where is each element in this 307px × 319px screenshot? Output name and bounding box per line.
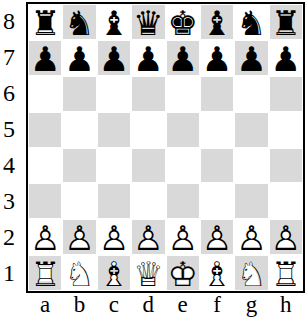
square-e2[interactable]: ♟♙ (166, 219, 200, 255)
square-a2[interactable]: ♟♙ (28, 219, 62, 255)
square-h2[interactable]: ♟♙ (269, 219, 303, 255)
black-pawn-piece[interactable]: ♟ (98, 41, 130, 75)
square-b3[interactable] (62, 183, 96, 219)
white-rook-glyph: ♖ (269, 256, 303, 292)
white-king-piece[interactable]: ♚♔ (167, 256, 199, 290)
square-g6[interactable] (234, 76, 268, 112)
black-king-piece[interactable]: ♚ (166, 4, 200, 40)
square-h1[interactable]: ♜♖ (269, 255, 303, 291)
white-pawn-glyph: ♙ (97, 220, 131, 256)
white-pawn-piece[interactable]: ♟♙ (166, 219, 200, 255)
white-pawn-glyph: ♙ (201, 221, 233, 255)
square-a7[interactable]: ♟ (28, 40, 62, 76)
black-pawn-piece[interactable]: ♟ (131, 40, 165, 76)
black-pawn-glyph: ♟ (98, 41, 130, 75)
file-label-e: e (166, 292, 200, 318)
white-pawn-glyph: ♙ (63, 221, 95, 255)
square-h3[interactable] (269, 183, 303, 219)
black-rook-piece[interactable]: ♜ (28, 4, 62, 40)
square-d7[interactable]: ♟ (131, 40, 165, 76)
square-e8[interactable]: ♚ (166, 4, 200, 40)
square-g1[interactable]: ♞♘ (234, 255, 268, 291)
white-queen-piece[interactable]: ♛♕ (131, 255, 165, 291)
square-f5[interactable] (200, 112, 234, 148)
square-a8[interactable]: ♜ (28, 4, 62, 40)
square-e5[interactable] (166, 112, 200, 148)
square-h4[interactable] (269, 148, 303, 184)
square-f2[interactable]: ♟♙ (200, 219, 234, 255)
rank-label-4: 4 (0, 148, 18, 184)
file-label-g: g (234, 292, 268, 318)
square-e3[interactable] (166, 183, 200, 219)
white-pawn-glyph: ♙ (132, 221, 164, 255)
square-a3[interactable] (28, 183, 62, 219)
white-pawn-glyph: ♙ (28, 220, 62, 256)
white-knight-piece[interactable]: ♞♘ (235, 256, 267, 290)
square-a4[interactable] (28, 148, 62, 184)
black-bishop-piece[interactable]: ♝ (201, 5, 233, 39)
file-label-d: d (131, 292, 165, 318)
square-c1[interactable]: ♝♗ (97, 255, 131, 291)
square-b5[interactable] (62, 112, 96, 148)
square-a5[interactable] (28, 112, 62, 148)
white-queen-glyph: ♕ (131, 256, 165, 292)
file-label-b: b (62, 292, 96, 318)
square-d8[interactable]: ♛ (131, 4, 165, 40)
rank-label-2: 2 (0, 219, 18, 255)
rank-label-6: 6 (0, 76, 18, 112)
black-knight-glyph: ♞ (63, 6, 95, 40)
square-g8[interactable]: ♞ (234, 4, 268, 40)
square-f3[interactable] (200, 183, 234, 219)
rank-label-8: 8 (0, 4, 18, 40)
square-g4[interactable] (234, 148, 268, 184)
white-pawn-piece[interactable]: ♟♙ (132, 220, 164, 254)
black-pawn-glyph: ♟ (200, 40, 234, 76)
square-g2[interactable]: ♟♙ (234, 219, 268, 255)
square-e7[interactable]: ♟ (166, 40, 200, 76)
rank-label-3: 3 (0, 183, 18, 219)
white-king-glyph: ♔ (167, 257, 199, 291)
white-knight-glyph: ♘ (235, 257, 267, 291)
file-label-a: a (28, 292, 62, 318)
black-knight-piece[interactable]: ♞ (63, 5, 95, 39)
black-pawn-glyph: ♟ (167, 41, 199, 75)
white-pawn-piece[interactable]: ♟♙ (234, 219, 268, 255)
square-c5[interactable] (97, 112, 131, 148)
black-rook-glyph: ♜ (270, 6, 302, 40)
file-label-f: f (200, 292, 234, 318)
black-bishop-glyph: ♝ (97, 5, 131, 41)
square-h7[interactable]: ♟ (269, 40, 303, 76)
square-c6[interactable] (97, 76, 131, 112)
square-f4[interactable] (200, 148, 234, 184)
square-g3[interactable] (234, 183, 268, 219)
square-g5[interactable] (234, 112, 268, 148)
black-pawn-piece[interactable]: ♟ (167, 41, 199, 75)
white-pawn-piece[interactable]: ♟♙ (28, 219, 62, 255)
white-knight-glyph: ♘ (62, 256, 96, 292)
square-f1[interactable]: ♝♗ (200, 255, 234, 291)
white-bishop-glyph: ♗ (98, 257, 130, 291)
black-rook-piece[interactable]: ♜ (270, 5, 302, 39)
black-pawn-piece[interactable]: ♟ (200, 40, 234, 76)
white-knight-piece[interactable]: ♞♘ (62, 255, 96, 291)
square-b4[interactable] (62, 148, 96, 184)
black-pawn-piece[interactable]: ♟ (269, 40, 303, 76)
square-d4[interactable] (131, 148, 165, 184)
black-rook-glyph: ♜ (28, 5, 62, 41)
square-c3[interactable] (97, 183, 131, 219)
rank-label-7: 7 (0, 40, 18, 76)
black-pawn-glyph: ♟ (131, 40, 165, 76)
square-f8[interactable]: ♝ (200, 4, 234, 40)
chess-diagram: 87654321 ♜♞♝♛♚♝♞♜♟♟♟♟♟♟♟♟♟♙♟♙♟♙♟♙♟♙♟♙♟♙♟… (0, 0, 307, 319)
square-h8[interactable]: ♜ (269, 4, 303, 40)
rank-labels: 87654321 (0, 4, 18, 291)
black-pawn-glyph: ♟ (29, 41, 61, 75)
black-queen-piece[interactable]: ♛ (132, 5, 164, 39)
white-bishop-glyph: ♗ (200, 256, 234, 292)
black-pawn-glyph: ♟ (269, 40, 303, 76)
white-pawn-piece[interactable]: ♟♙ (201, 220, 233, 254)
white-bishop-piece[interactable]: ♝♗ (200, 255, 234, 291)
square-a6[interactable] (28, 76, 62, 112)
square-h6[interactable] (269, 76, 303, 112)
square-c2[interactable]: ♟♙ (97, 219, 131, 255)
file-labels: abcdefgh (28, 292, 303, 318)
black-queen-glyph: ♛ (132, 6, 164, 40)
square-e4[interactable] (166, 148, 200, 184)
white-pawn-piece[interactable]: ♟♙ (270, 220, 302, 254)
square-c4[interactable] (97, 148, 131, 184)
white-pawn-glyph: ♙ (166, 220, 200, 256)
black-pawn-glyph: ♟ (62, 40, 96, 76)
black-knight-glyph: ♞ (234, 5, 268, 41)
square-c8[interactable]: ♝ (97, 4, 131, 40)
black-bishop-glyph: ♝ (201, 6, 233, 40)
rank-label-5: 5 (0, 112, 18, 148)
file-label-c: c (97, 292, 131, 318)
square-b7[interactable]: ♟ (62, 40, 96, 76)
square-c7[interactable]: ♟ (97, 40, 131, 76)
black-pawn-glyph: ♟ (235, 41, 267, 75)
white-pawn-piece[interactable]: ♟♙ (63, 220, 95, 254)
square-b2[interactable]: ♟♙ (62, 219, 96, 255)
chess-board: ♜♞♝♛♚♝♞♜♟♟♟♟♟♟♟♟♟♙♟♙♟♙♟♙♟♙♟♙♟♙♟♙♜♖♞♘♝♗♛♕… (26, 2, 305, 293)
square-d3[interactable] (131, 183, 165, 219)
white-rook-piece[interactable]: ♜♖ (269, 255, 303, 291)
square-d6[interactable] (131, 76, 165, 112)
square-b6[interactable] (62, 76, 96, 112)
white-bishop-piece[interactable]: ♝♗ (98, 256, 130, 290)
square-d5[interactable] (131, 112, 165, 148)
black-pawn-piece[interactable]: ♟ (235, 41, 267, 75)
white-pawn-glyph: ♙ (270, 221, 302, 255)
square-b1[interactable]: ♞♘ (62, 255, 96, 291)
square-b8[interactable]: ♞ (62, 4, 96, 40)
square-d1[interactable]: ♛♕ (131, 255, 165, 291)
square-f6[interactable] (200, 76, 234, 112)
square-g7[interactable]: ♟ (234, 40, 268, 76)
square-h5[interactable] (269, 112, 303, 148)
white-rook-glyph: ♖ (29, 257, 61, 291)
black-bishop-piece[interactable]: ♝ (97, 4, 131, 40)
black-pawn-piece[interactable]: ♟ (62, 40, 96, 76)
white-pawn-glyph: ♙ (234, 220, 268, 256)
square-e1[interactable]: ♚♔ (166, 255, 200, 291)
square-a1[interactable]: ♜♖ (28, 255, 62, 291)
white-pawn-piece[interactable]: ♟♙ (97, 219, 131, 255)
square-d2[interactable]: ♟♙ (131, 219, 165, 255)
white-rook-piece[interactable]: ♜♖ (29, 256, 61, 290)
rank-label-1: 1 (0, 255, 18, 291)
black-pawn-piece[interactable]: ♟ (29, 41, 61, 75)
file-label-h: h (269, 292, 303, 318)
square-e6[interactable] (166, 76, 200, 112)
black-knight-piece[interactable]: ♞ (234, 4, 268, 40)
square-f7[interactable]: ♟ (200, 40, 234, 76)
black-king-glyph: ♚ (166, 5, 200, 41)
